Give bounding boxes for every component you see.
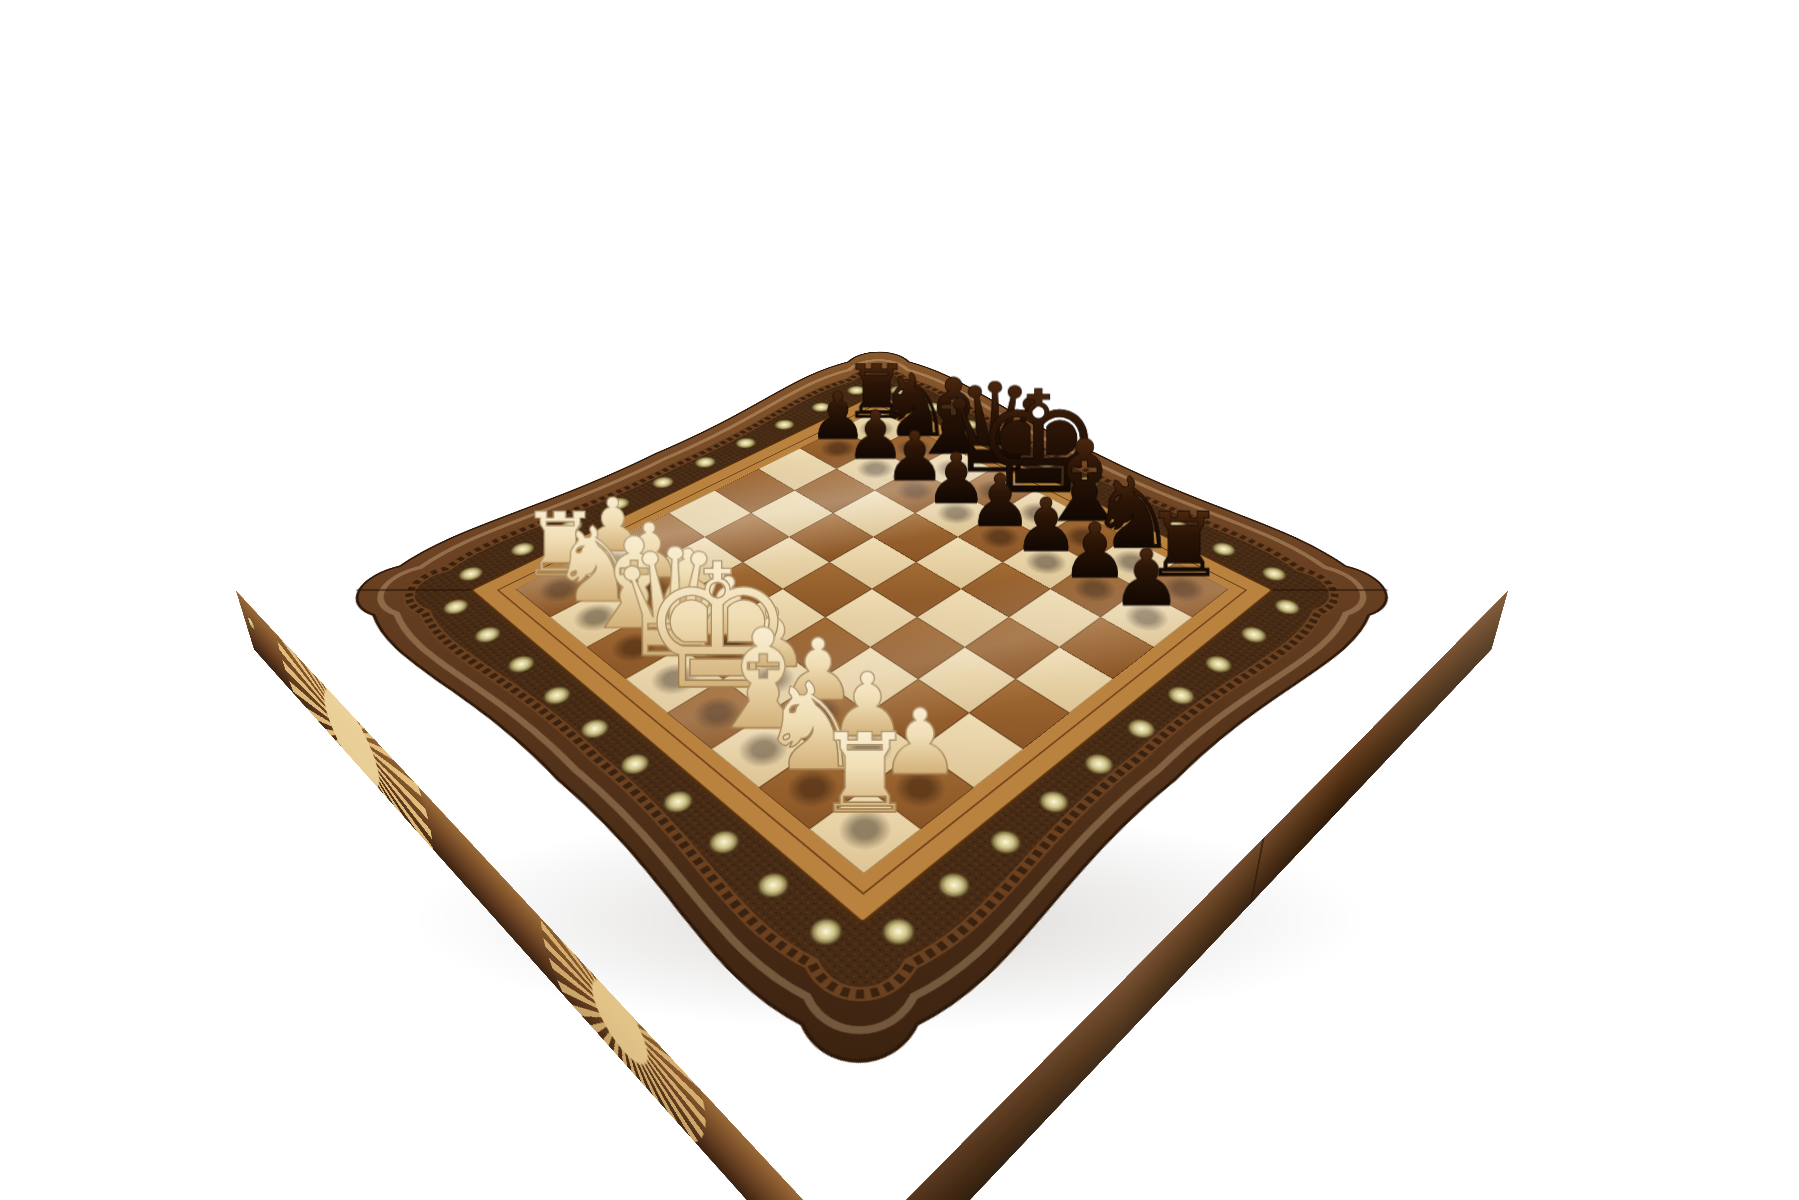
black-pawn[interactable]: ♟: [1111, 539, 1181, 617]
square-g6[interactable]: [1008, 589, 1100, 647]
brass-screw: [246, 614, 256, 633]
white-rook[interactable]: ♜: [815, 719, 914, 829]
chess-box: ♜♞♝♛♚♝♞♜♟♟♟♟♟♟♟♟♟♟♟♟♟♟♟♟♜♞♝♛♚♝♞♜: [235, 311, 1508, 1200]
scene: ♜♞♝♛♚♝♞♜♟♟♟♟♟♟♟♟♟♟♟♟♟♟♟♟♜♞♝♛♚♝♞♜: [0, 0, 1799, 1200]
